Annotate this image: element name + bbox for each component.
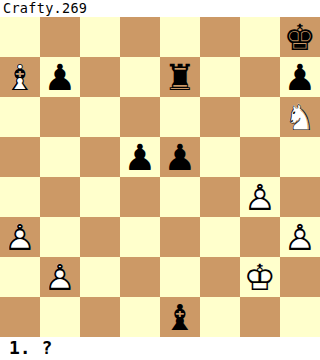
square-d8[interactable] xyxy=(120,17,160,57)
square-f3[interactable] xyxy=(200,217,240,257)
square-h4[interactable] xyxy=(280,177,320,217)
white-pawn[interactable]: ♙ xyxy=(40,257,80,297)
square-e8[interactable] xyxy=(160,17,200,57)
square-f8[interactable] xyxy=(200,17,240,57)
square-d3[interactable] xyxy=(120,217,160,257)
square-e5[interactable]: ♟ xyxy=(160,137,200,177)
xboard-window: Crafty.269 ♚♝♗♟♜♟♞♘♟♟♟♙♟♙♟♙♟♙♚♔♝ 1. ? xyxy=(0,0,320,360)
white-pawn[interactable]: ♙ xyxy=(0,217,40,257)
white-bishop[interactable]: ♗ xyxy=(0,57,40,97)
square-f1[interactable] xyxy=(200,297,240,337)
square-g6[interactable] xyxy=(240,97,280,137)
square-c8[interactable] xyxy=(80,17,120,57)
square-h7[interactable]: ♟ xyxy=(280,57,320,97)
square-g8[interactable] xyxy=(240,17,280,57)
square-a3[interactable]: ♟♙ xyxy=(0,217,40,257)
square-h2[interactable] xyxy=(280,257,320,297)
square-b8[interactable] xyxy=(40,17,80,57)
black-king[interactable]: ♚ xyxy=(280,17,320,57)
square-g7[interactable] xyxy=(240,57,280,97)
square-b7[interactable]: ♟ xyxy=(40,57,80,97)
square-f7[interactable] xyxy=(200,57,240,97)
square-g4[interactable]: ♟♙ xyxy=(240,177,280,217)
square-d6[interactable] xyxy=(120,97,160,137)
square-g5[interactable] xyxy=(240,137,280,177)
black-rook[interactable]: ♜ xyxy=(160,57,200,97)
square-c4[interactable] xyxy=(80,177,120,217)
chess-board: ♚♝♗♟♜♟♞♘♟♟♟♙♟♙♟♙♟♙♚♔♝ xyxy=(0,17,320,337)
square-e2[interactable] xyxy=(160,257,200,297)
square-h6[interactable]: ♞♘ xyxy=(280,97,320,137)
square-b3[interactable] xyxy=(40,217,80,257)
square-g1[interactable] xyxy=(240,297,280,337)
black-pawn[interactable]: ♟ xyxy=(160,137,200,177)
square-e7[interactable]: ♜ xyxy=(160,57,200,97)
square-b1[interactable] xyxy=(40,297,80,337)
square-d7[interactable] xyxy=(120,57,160,97)
square-d5[interactable]: ♟ xyxy=(120,137,160,177)
black-pawn[interactable]: ♟ xyxy=(280,57,320,97)
square-f6[interactable] xyxy=(200,97,240,137)
square-b5[interactable] xyxy=(40,137,80,177)
square-f2[interactable] xyxy=(200,257,240,297)
square-f5[interactable] xyxy=(200,137,240,177)
square-d2[interactable] xyxy=(120,257,160,297)
square-a7[interactable]: ♝♗ xyxy=(0,57,40,97)
square-c5[interactable] xyxy=(80,137,120,177)
square-e6[interactable] xyxy=(160,97,200,137)
square-a5[interactable] xyxy=(0,137,40,177)
white-pawn[interactable]: ♙ xyxy=(280,217,320,257)
square-a8[interactable] xyxy=(0,17,40,57)
square-c2[interactable] xyxy=(80,257,120,297)
square-a6[interactable] xyxy=(0,97,40,137)
square-g2[interactable]: ♚♔ xyxy=(240,257,280,297)
status-bar: 1. ? xyxy=(0,337,320,360)
square-h8[interactable]: ♚ xyxy=(280,17,320,57)
white-knight[interactable]: ♘ xyxy=(280,97,320,137)
square-g3[interactable] xyxy=(240,217,280,257)
square-b4[interactable] xyxy=(40,177,80,217)
square-a1[interactable] xyxy=(0,297,40,337)
square-h3[interactable]: ♟♙ xyxy=(280,217,320,257)
square-a2[interactable] xyxy=(0,257,40,297)
black-pawn[interactable]: ♟ xyxy=(40,57,80,97)
square-f4[interactable] xyxy=(200,177,240,217)
square-c1[interactable] xyxy=(80,297,120,337)
square-a4[interactable] xyxy=(0,177,40,217)
window-title: Crafty.269 xyxy=(0,0,320,17)
black-bishop[interactable]: ♝ xyxy=(160,297,200,337)
square-h1[interactable] xyxy=(280,297,320,337)
move-prompt: 1. ? xyxy=(9,337,52,358)
square-b6[interactable] xyxy=(40,97,80,137)
square-c6[interactable] xyxy=(80,97,120,137)
square-c7[interactable] xyxy=(80,57,120,97)
square-b2[interactable]: ♟♙ xyxy=(40,257,80,297)
square-e4[interactable] xyxy=(160,177,200,217)
square-h5[interactable] xyxy=(280,137,320,177)
white-king[interactable]: ♔ xyxy=(240,257,280,297)
square-d4[interactable] xyxy=(120,177,160,217)
white-pawn[interactable]: ♙ xyxy=(240,177,280,217)
square-d1[interactable] xyxy=(120,297,160,337)
square-e3[interactable] xyxy=(160,217,200,257)
black-pawn[interactable]: ♟ xyxy=(120,137,160,177)
square-e1[interactable]: ♝ xyxy=(160,297,200,337)
square-c3[interactable] xyxy=(80,217,120,257)
